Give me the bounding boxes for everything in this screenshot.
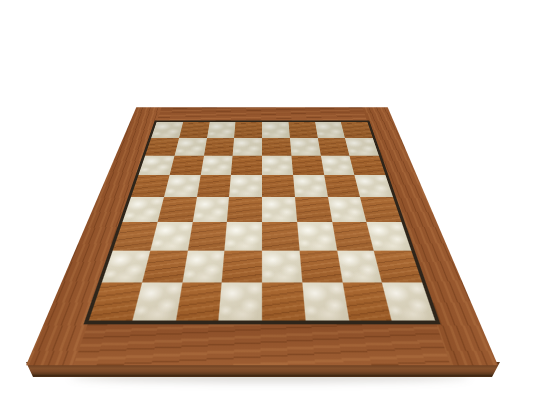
square-f3 — [297, 222, 337, 250]
square-c1 — [175, 283, 222, 321]
square-e5 — [262, 175, 295, 197]
square-b2 — [142, 250, 188, 283]
square-e6 — [262, 155, 293, 175]
square-d1 — [219, 283, 262, 321]
square-d6 — [231, 155, 262, 175]
square-h2 — [374, 250, 422, 283]
square-c6 — [200, 155, 233, 175]
square-h8 — [341, 122, 373, 138]
square-h3 — [367, 222, 412, 250]
square-f5 — [293, 175, 328, 197]
square-b3 — [150, 222, 192, 250]
square-h1 — [382, 283, 435, 321]
square-b4 — [157, 197, 196, 222]
square-c7 — [204, 138, 235, 156]
square-d3 — [225, 222, 262, 250]
square-e1 — [262, 283, 305, 321]
square-h7 — [345, 138, 379, 156]
square-h5 — [355, 175, 393, 197]
square-f7 — [290, 138, 321, 156]
square-c8 — [207, 122, 236, 138]
square-e4 — [262, 197, 297, 222]
square-d4 — [227, 197, 262, 222]
square-c3 — [187, 222, 227, 250]
square-h6 — [350, 155, 386, 175]
square-d7 — [233, 138, 262, 156]
square-a8 — [151, 122, 183, 138]
square-c5 — [197, 175, 232, 197]
square-e8 — [262, 122, 290, 138]
square-d8 — [234, 122, 262, 138]
square-c4 — [192, 197, 229, 222]
square-h4 — [360, 197, 401, 222]
photo-background — [0, 0, 533, 400]
square-f6 — [291, 155, 324, 175]
square-f1 — [302, 283, 349, 321]
square-b5 — [164, 175, 201, 197]
square-b7 — [174, 138, 206, 156]
square-f2 — [299, 250, 342, 283]
square-c2 — [182, 250, 225, 283]
square-e7 — [262, 138, 291, 156]
square-f8 — [288, 122, 317, 138]
board-frame-bottom — [26, 321, 498, 366]
square-f4 — [295, 197, 332, 222]
square-b6 — [169, 155, 203, 175]
square-d2 — [222, 250, 262, 283]
chess-board — [26, 107, 498, 365]
square-e2 — [262, 250, 302, 283]
square-g8 — [315, 122, 345, 138]
square-b1 — [132, 283, 182, 321]
square-e3 — [262, 222, 299, 250]
square-b8 — [179, 122, 209, 138]
square-d5 — [229, 175, 262, 197]
